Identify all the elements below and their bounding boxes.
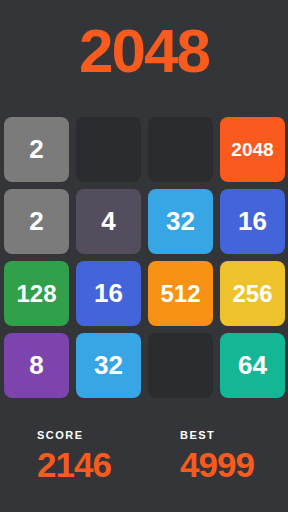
tile-value: 4 (101, 206, 115, 237)
tile-2048: 2048 (220, 117, 285, 182)
tile-64: 64 (220, 333, 285, 398)
tile-2: 2 (4, 189, 69, 254)
score-panel: SCORE 2146 (37, 429, 111, 482)
tile-16: 16 (76, 261, 141, 326)
best-panel: BEST 4999 (180, 429, 254, 482)
score-label: SCORE (37, 429, 111, 442)
tile-value: 64 (238, 350, 267, 381)
tile-value: 2 (29, 134, 43, 165)
empty-cell (76, 117, 141, 182)
score-value: 2146 (37, 447, 111, 482)
tile-value: 256 (232, 280, 272, 308)
tile-128: 128 (4, 261, 69, 326)
tile-8: 8 (4, 333, 69, 398)
tile-value: 512 (160, 280, 200, 308)
empty-cell (148, 333, 213, 398)
tile-16: 16 (220, 189, 285, 254)
tile-value: 8 (29, 350, 43, 381)
best-value: 4999 (180, 447, 254, 482)
tile-256: 256 (220, 261, 285, 326)
tile-value: 32 (166, 206, 195, 237)
tile-32: 32 (148, 189, 213, 254)
best-label: BEST (180, 429, 254, 442)
tile-value: 2048 (231, 139, 273, 161)
tile-value: 2 (29, 206, 43, 237)
tile-value: 16 (94, 278, 123, 309)
tile-4: 4 (76, 189, 141, 254)
tile-value: 128 (16, 280, 56, 308)
tile-2: 2 (4, 117, 69, 182)
game-board[interactable]: 220482432161281651225683264 (4, 117, 285, 398)
tile-512: 512 (148, 261, 213, 326)
tile-32: 32 (76, 333, 141, 398)
tile-value: 32 (94, 350, 123, 381)
app-title: 2048 (0, 0, 288, 100)
tile-value: 16 (238, 206, 267, 237)
empty-cell (148, 117, 213, 182)
